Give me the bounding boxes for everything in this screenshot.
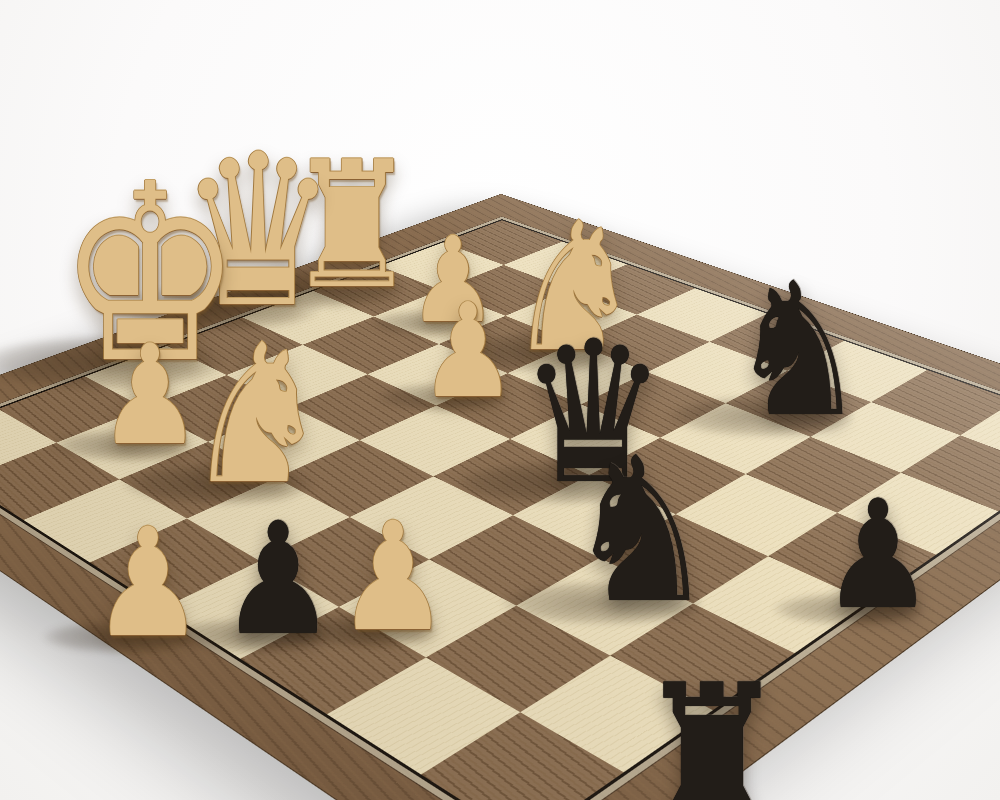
chess-photo-stage: ♜♛♟♞♚♟♞♟♛♞♞♟♟♟♟♜ [0,0,1000,800]
piece-black-pawn-c8[interactable]: ♟ [822,480,935,630]
piece-white-pawn-d4[interactable]: ♟ [419,286,517,416]
piece-black-rook-e8[interactable]: ♜ [635,658,789,800]
piece-black-knight-b7[interactable]: ♞ [729,258,868,442]
piece-black-knight-e7[interactable]: ♞ [566,431,717,631]
piece-white-knight-f3[interactable]: ♞ [185,319,330,511]
piece-black-pawn-g6[interactable]: ♟ [220,502,337,657]
pieces-layer: ♜♛♟♞♚♟♞♟♛♞♞♟♟♟♟♜ [0,0,1000,800]
piece-white-pawn-f7[interactable]: ♟ [337,502,450,652]
piece-white-pawn-h5[interactable]: ♟ [92,508,205,658]
